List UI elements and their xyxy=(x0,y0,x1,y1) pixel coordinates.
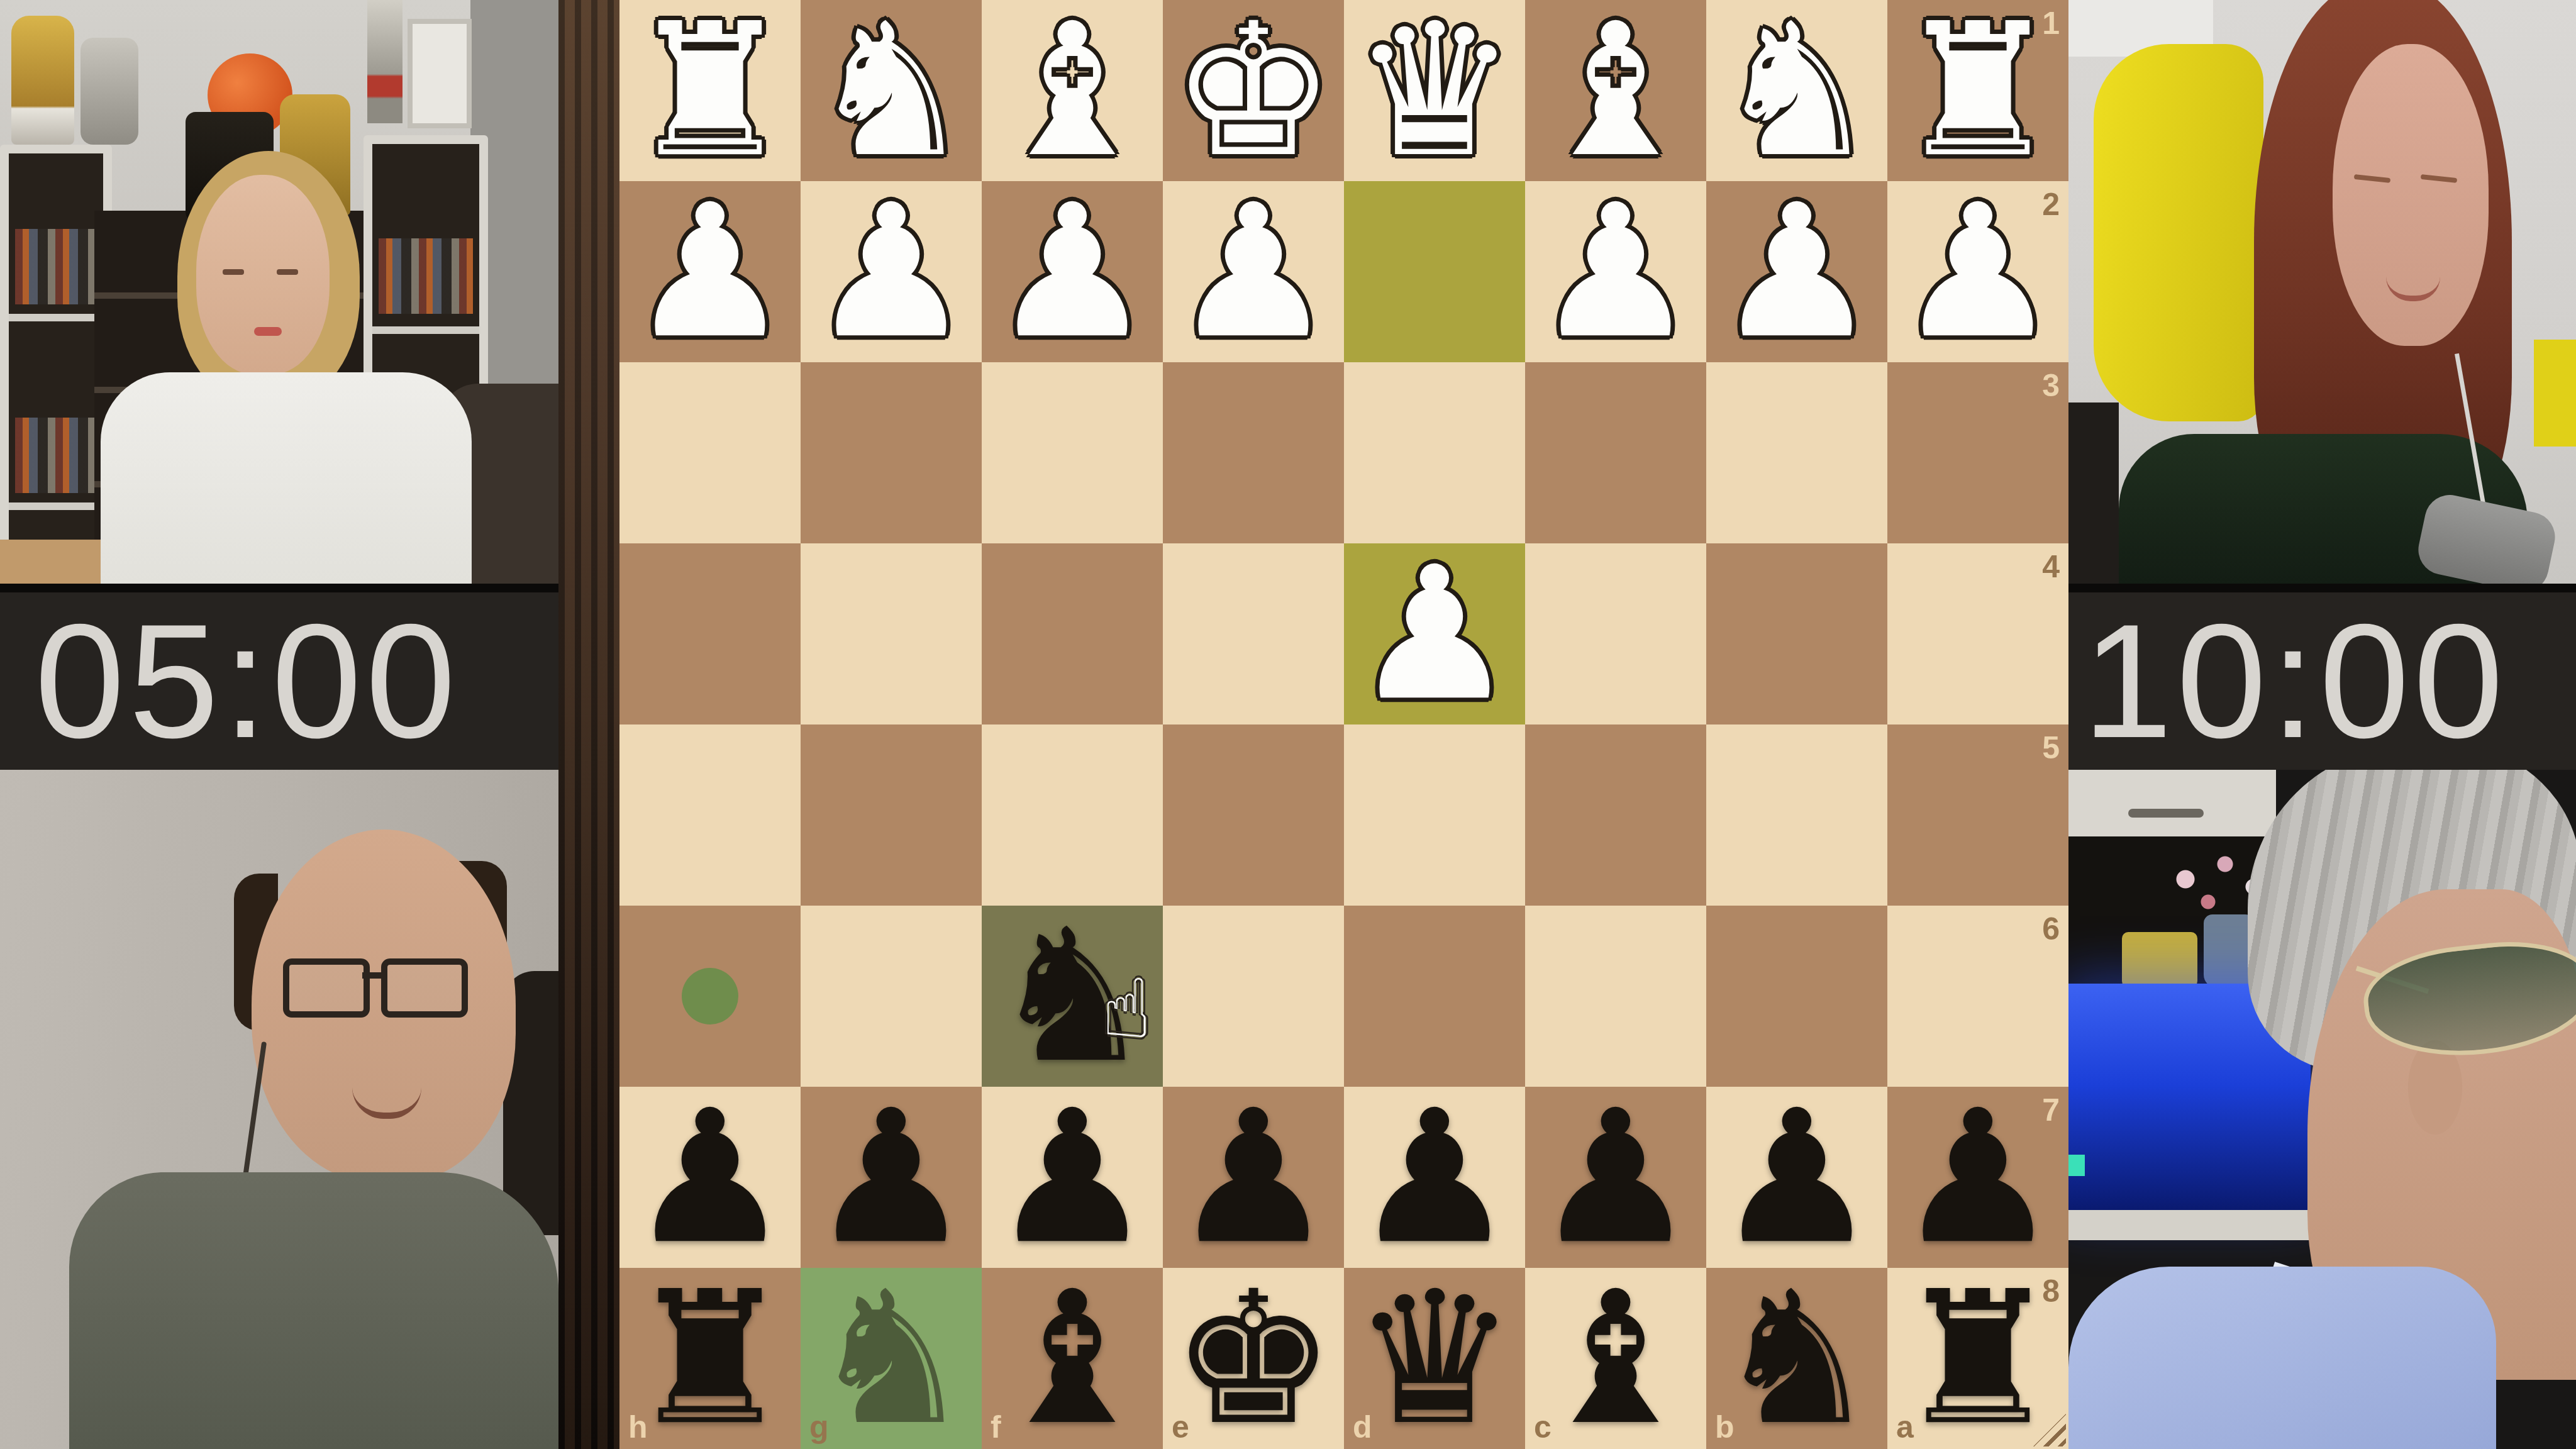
square-g3[interactable] xyxy=(801,362,982,543)
piece-wP-g2[interactable]: ♟ xyxy=(801,181,982,362)
piece-bP-h7[interactable]: ♟ xyxy=(619,1087,801,1268)
coord-file-d: d xyxy=(1353,1409,1372,1445)
closed-eye xyxy=(2421,174,2458,183)
piece-bP-e7[interactable]: ♟ xyxy=(1163,1087,1344,1268)
square-f1[interactable]: ♝ xyxy=(982,0,1163,181)
square-a2[interactable]: ♟2 xyxy=(1887,181,2068,362)
teal-light xyxy=(2068,1155,2085,1176)
square-e2[interactable]: ♟ xyxy=(1163,181,1344,362)
coord-file-f: f xyxy=(991,1409,1001,1445)
square-b5[interactable] xyxy=(1706,724,1887,906)
square-g8[interactable]: ♞g xyxy=(801,1268,982,1449)
piece-wP-d4[interactable]: ♟ xyxy=(1344,543,1525,724)
square-b4[interactable] xyxy=(1706,543,1887,724)
square-a3[interactable]: 3 xyxy=(1887,362,2068,543)
yellow-chair-edge xyxy=(2534,340,2576,447)
piece-wP-a2[interactable]: ♟ xyxy=(1887,181,2068,362)
piece-wR-h1[interactable]: ♜ xyxy=(619,0,801,181)
clock-left-time: 05:00 xyxy=(35,600,460,762)
square-c2[interactable]: ♟ xyxy=(1525,181,1706,362)
piece-bR-a8[interactable]: ♜ xyxy=(1887,1268,2068,1449)
square-e7[interactable]: ♟ xyxy=(1163,1087,1344,1268)
square-b7[interactable]: ♟ xyxy=(1706,1087,1887,1268)
coord-file-h: h xyxy=(628,1409,648,1445)
tall-trophy xyxy=(367,0,402,123)
piece-bB-f8[interactable]: ♝ xyxy=(982,1268,1163,1449)
piece-wN-b1[interactable]: ♞ xyxy=(1706,0,1887,181)
square-h2[interactable]: ♟ xyxy=(619,181,801,362)
square-d3[interactable] xyxy=(1344,362,1525,543)
piece-bP-f7[interactable]: ♟ xyxy=(982,1087,1163,1268)
coord-rank-1: 1 xyxy=(2042,5,2060,42)
square-b3[interactable] xyxy=(1706,362,1887,543)
chess-board[interactable]: ♜♞♝♚♛♝♞♜1♟♟♟♟♟♟♟23♟45♞☝6♟♟♟♟♟♟♟♟7♜h♞g♝f♚… xyxy=(619,0,2068,1449)
book-spines xyxy=(15,418,97,493)
square-e5[interactable] xyxy=(1163,724,1344,906)
broadcast-stage: 05:00 10:00 ♜♞♝♚♛♝♞♜1♟♟♟♟♟♟♟23♟45♞☝6♟♟♟♟… xyxy=(0,0,2576,1449)
square-b8[interactable]: ♞b xyxy=(1706,1268,1887,1449)
square-h6[interactable] xyxy=(619,906,801,1087)
square-a7[interactable]: ♟7 xyxy=(1887,1087,2068,1268)
square-b1[interactable]: ♞ xyxy=(1706,0,1887,181)
piece-bK-e8[interactable]: ♚ xyxy=(1163,1268,1344,1449)
square-c1[interactable]: ♝ xyxy=(1525,0,1706,181)
coord-file-e: e xyxy=(1172,1409,1189,1445)
square-d5[interactable] xyxy=(1344,724,1525,906)
coord-rank-3: 3 xyxy=(2042,367,2060,404)
desk-strip xyxy=(2068,1210,2333,1240)
square-g7[interactable]: ♟ xyxy=(801,1087,982,1268)
square-h4[interactable] xyxy=(619,543,801,724)
square-e1[interactable]: ♚ xyxy=(1163,0,1344,181)
square-f8[interactable]: ♝f xyxy=(982,1268,1163,1449)
trophy-cup xyxy=(11,16,74,145)
piece-bB-c8[interactable]: ♝ xyxy=(1525,1268,1706,1449)
piece-bP-d7[interactable]: ♟ xyxy=(1344,1087,1525,1268)
square-f7[interactable]: ♟ xyxy=(982,1087,1163,1268)
webcam-bottom-left xyxy=(0,770,558,1449)
glasses-right-lens xyxy=(381,958,468,1018)
person-face xyxy=(196,175,330,375)
square-d8[interactable]: ♛d xyxy=(1344,1268,1525,1449)
coord-rank-7: 7 xyxy=(2042,1092,2060,1128)
square-c5[interactable] xyxy=(1525,724,1706,906)
piece-wB-f1[interactable]: ♝ xyxy=(982,0,1163,181)
piece-wP-f2[interactable]: ♟ xyxy=(982,181,1163,362)
piece-bP-c7[interactable]: ♟ xyxy=(1525,1087,1706,1268)
square-g1[interactable]: ♞ xyxy=(801,0,982,181)
photo-frame xyxy=(408,19,472,128)
piece-wP-h2[interactable]: ♟ xyxy=(619,181,801,362)
glasses-bridge xyxy=(362,972,381,979)
page-background-strip xyxy=(558,0,619,1449)
square-a6[interactable]: 6 xyxy=(1887,906,2068,1087)
piece-wP-e2[interactable]: ♟ xyxy=(1163,181,1344,362)
square-a4[interactable]: 4 xyxy=(1887,543,2068,724)
glasses-left-lens xyxy=(283,958,370,1018)
coord-rank-6: 6 xyxy=(2042,911,2060,947)
square-h5[interactable] xyxy=(619,724,801,906)
square-g6[interactable] xyxy=(801,906,982,1087)
square-c8[interactable]: ♝c xyxy=(1525,1268,1706,1449)
cabinet-handle xyxy=(2128,809,2204,818)
yellow-gaming-chair xyxy=(2094,44,2263,421)
square-d1[interactable]: ♛ xyxy=(1344,0,1525,181)
square-f5[interactable] xyxy=(982,724,1163,906)
square-b6[interactable] xyxy=(1706,906,1887,1087)
coord-file-c: c xyxy=(1534,1409,1552,1445)
piece-bP-a7[interactable]: ♟ xyxy=(1887,1087,2068,1268)
square-g4[interactable] xyxy=(801,543,982,724)
square-f3[interactable] xyxy=(982,362,1163,543)
piece-wQ-d1[interactable]: ♛ xyxy=(1344,0,1525,181)
hand-cursor-icon: ☝ xyxy=(1102,961,1152,1057)
webcam-bottom-right xyxy=(2068,770,2576,1449)
coord-rank-8: 8 xyxy=(2042,1273,2060,1309)
piece-wP-c2[interactable]: ♟ xyxy=(1525,181,1706,362)
coord-rank-2: 2 xyxy=(2042,186,2060,223)
square-e4[interactable] xyxy=(1163,543,1344,724)
person-torso-white-top xyxy=(101,372,472,584)
move-dest-dot-h6[interactable] xyxy=(682,968,738,1024)
square-f4[interactable] xyxy=(982,543,1163,724)
desk-corner xyxy=(0,540,101,584)
piece-wN-g1[interactable]: ♞ xyxy=(801,0,982,181)
square-c7[interactable]: ♟ xyxy=(1525,1087,1706,1268)
clock-right-time: 10:00 xyxy=(2082,600,2507,762)
square-g2[interactable]: ♟ xyxy=(801,181,982,362)
clock-right: 10:00 xyxy=(2068,584,2576,770)
dark-corner xyxy=(2068,402,2119,584)
piece-wB-c1[interactable]: ♝ xyxy=(1525,0,1706,181)
piece-bP-g7[interactable]: ♟ xyxy=(801,1087,982,1268)
square-a8[interactable]: ♜8a xyxy=(1887,1268,2068,1449)
square-d4[interactable]: ♟ xyxy=(1344,543,1525,724)
square-d6[interactable] xyxy=(1344,906,1525,1087)
square-c4[interactable] xyxy=(1525,543,1706,724)
square-e8[interactable]: ♚e xyxy=(1163,1268,1344,1449)
webcam-top-right xyxy=(2068,0,2576,584)
webcam-top-left xyxy=(0,0,558,584)
square-g5[interactable] xyxy=(801,724,982,906)
square-a5[interactable]: 5 xyxy=(1887,724,2068,906)
yellow-objects xyxy=(2122,932,2197,987)
vase xyxy=(2204,914,2254,987)
book-spines xyxy=(15,229,97,304)
lips xyxy=(254,327,282,336)
piece-wR-a1[interactable]: ♜ xyxy=(1887,0,2068,181)
square-h8[interactable]: ♜h xyxy=(619,1268,801,1449)
person-torso-blue-shirt xyxy=(2068,1267,2496,1449)
square-c6[interactable] xyxy=(1525,906,1706,1087)
shelf-line xyxy=(9,502,103,510)
coord-file-a: a xyxy=(1896,1409,1914,1445)
square-f2[interactable]: ♟ xyxy=(982,181,1163,362)
square-d7[interactable]: ♟ xyxy=(1344,1087,1525,1268)
eye xyxy=(223,269,244,275)
square-c3[interactable] xyxy=(1525,362,1706,543)
coord-rank-4: 4 xyxy=(2042,548,2060,585)
square-b2[interactable]: ♟ xyxy=(1706,181,1887,362)
square-e6[interactable] xyxy=(1163,906,1344,1087)
coord-file-b: b xyxy=(1715,1409,1735,1445)
coord-file-g: g xyxy=(809,1409,829,1445)
closed-eye xyxy=(2354,174,2391,183)
microphone xyxy=(2414,491,2560,584)
square-a1[interactable]: ♜1 xyxy=(1887,0,2068,181)
book-spines xyxy=(379,238,473,314)
coord-rank-5: 5 xyxy=(2042,730,2060,766)
square-d2[interactable] xyxy=(1344,181,1525,362)
square-e3[interactable] xyxy=(1163,362,1344,543)
white-cabinet xyxy=(2068,770,2276,836)
eye xyxy=(277,269,298,275)
shelf-line xyxy=(372,326,479,334)
clock-left: 05:00 xyxy=(0,584,558,770)
trophy-figure xyxy=(80,38,138,145)
square-h3[interactable] xyxy=(619,362,801,543)
person-torso-sweater xyxy=(69,1172,558,1449)
piece-bP-b7[interactable]: ♟ xyxy=(1706,1087,1887,1268)
square-h7[interactable]: ♟ xyxy=(619,1087,801,1268)
shelf-line xyxy=(9,314,103,321)
piece-wK-e1[interactable]: ♚ xyxy=(1163,0,1344,181)
square-f6[interactable]: ♞☝ xyxy=(982,906,1163,1087)
square-h1[interactable]: ♜ xyxy=(619,0,801,181)
piece-wP-b2[interactable]: ♟ xyxy=(1706,181,1887,362)
